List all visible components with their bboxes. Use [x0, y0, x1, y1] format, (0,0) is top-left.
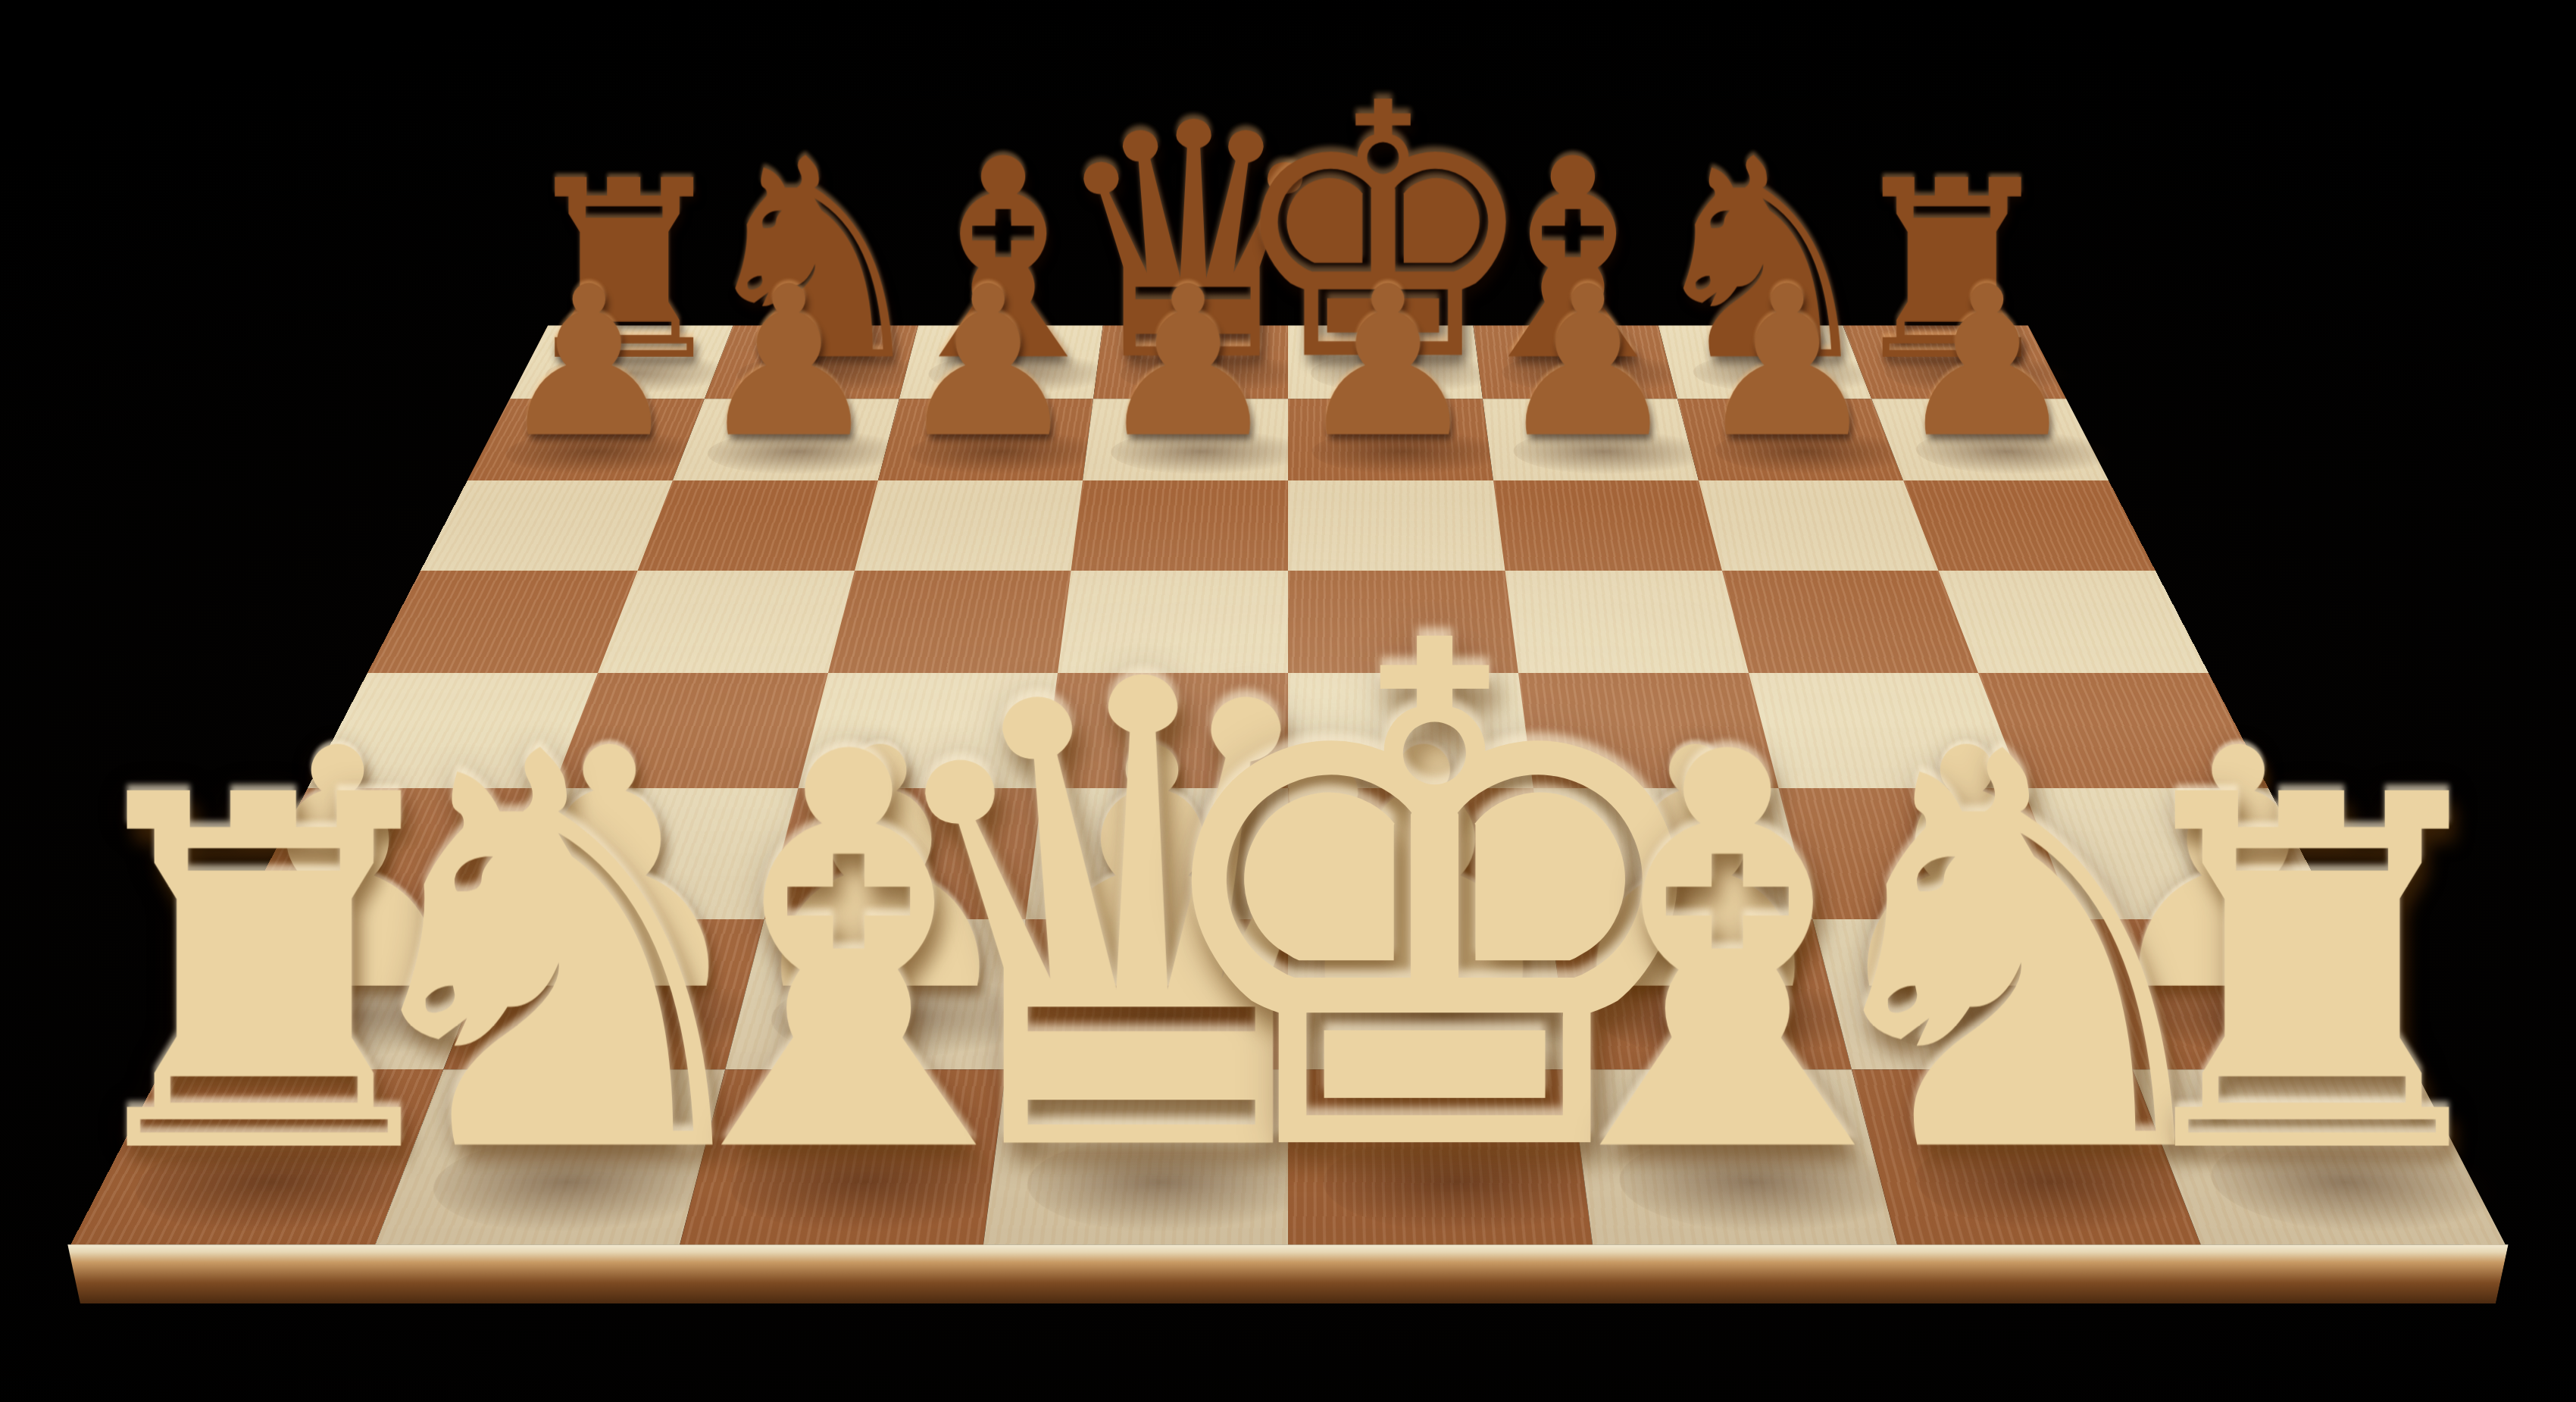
square-h7[interactable]: ♟ [1871, 399, 2109, 480]
square-a6[interactable] [420, 480, 673, 571]
square-h6[interactable] [1903, 480, 2156, 571]
piece-black-pawn-g7[interactable]: ♟ [1695, 259, 1880, 466]
square-c7[interactable]: ♟ [878, 399, 1094, 480]
piece-black-pawn-c7[interactable]: ♟ [896, 259, 1081, 466]
photo-background: ♜♞♝♛♚♝♞♜♟♟♟♟♟♟♟♟♟♟♟♟♟♟♟♟♜♞♝♛♚♝♞♜ [0, 0, 2576, 1402]
board-3d-plane: ♜♞♝♛♚♝♞♜♟♟♟♟♟♟♟♟♟♟♟♟♟♟♟♟♜♞♝♛♚♝♞♜ [70, 325, 2505, 1244]
piece-white-rook-h1[interactable]: ♜ [2094, 734, 2531, 1220]
piece-black-pawn-e7[interactable]: ♟ [1295, 259, 1480, 466]
piece-black-pawn-f7[interactable]: ♟ [1495, 259, 1680, 466]
square-g7[interactable]: ♟ [1677, 399, 1904, 480]
piece-black-pawn-h7[interactable]: ♟ [1894, 259, 2080, 466]
square-b6[interactable] [637, 480, 877, 571]
chessboard: ♜♞♝♛♚♝♞♜♟♟♟♟♟♟♟♟♟♟♟♟♟♟♟♟♜♞♝♛♚♝♞♜ [70, 325, 2505, 1244]
square-e7[interactable]: ♟ [1288, 399, 1493, 480]
piece-black-pawn-b7[interactable]: ♟ [696, 259, 881, 466]
square-a7[interactable]: ♟ [467, 399, 705, 480]
square-d7[interactable]: ♟ [1083, 399, 1288, 480]
board-front-edge [67, 1244, 2508, 1303]
piece-black-pawn-d7[interactable]: ♟ [1096, 259, 1281, 466]
square-b7[interactable]: ♟ [673, 399, 899, 480]
square-f7[interactable]: ♟ [1483, 399, 1699, 480]
piece-black-pawn-a7[interactable]: ♟ [496, 259, 682, 466]
